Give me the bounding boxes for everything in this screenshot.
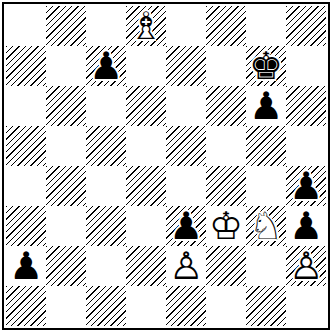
square-d7[interactable]: [126, 46, 166, 86]
piece-white-pawn[interactable]: ♟♙: [286, 246, 326, 286]
square-f4[interactable]: [206, 166, 246, 206]
piece-white-knight[interactable]: ♞♘: [246, 206, 286, 246]
square-g4[interactable]: [246, 166, 286, 206]
square-c1[interactable]: [86, 286, 126, 326]
square-e8[interactable]: [166, 6, 206, 46]
square-b2[interactable]: [46, 246, 86, 286]
chess-board: ♝♗♟♚♟♟♟♚♔♞♘♟♟♟♙♟♙: [6, 6, 326, 326]
chess-diagram-page: ♝♗♟♚♟♟♟♚♔♞♘♟♟♟♙♟♙: [0, 0, 332, 332]
piece-black-pawn[interactable]: ♟: [166, 206, 206, 246]
square-e6[interactable]: [166, 86, 206, 126]
piece-black-pawn[interactable]: ♟: [6, 246, 46, 286]
square-c5[interactable]: [86, 126, 126, 166]
square-f2[interactable]: [206, 246, 246, 286]
square-c2[interactable]: [86, 246, 126, 286]
square-h3[interactable]: ♟: [286, 206, 326, 246]
square-b3[interactable]: [46, 206, 86, 246]
square-f7[interactable]: [206, 46, 246, 86]
square-a3[interactable]: [6, 206, 46, 246]
pawn-fill-glyph: ♟: [166, 246, 206, 286]
square-a7[interactable]: [6, 46, 46, 86]
square-g8[interactable]: [246, 6, 286, 46]
square-h7[interactable]: [286, 46, 326, 86]
square-a4[interactable]: [6, 166, 46, 206]
square-d4[interactable]: [126, 166, 166, 206]
white-knight-icon: ♘: [246, 206, 286, 246]
square-h8[interactable]: [286, 6, 326, 46]
square-h4[interactable]: ♟: [286, 166, 326, 206]
black-pawn-icon: ♟: [86, 46, 126, 86]
black-pawn-icon: ♟: [286, 206, 326, 246]
piece-black-king[interactable]: ♚: [246, 46, 286, 86]
square-f3[interactable]: ♚♔: [206, 206, 246, 246]
square-f6[interactable]: [206, 86, 246, 126]
square-e4[interactable]: [166, 166, 206, 206]
square-d8[interactable]: ♝♗: [126, 6, 166, 46]
black-pawn-icon: ♟: [6, 246, 46, 286]
square-e5[interactable]: [166, 126, 206, 166]
square-d2[interactable]: [126, 246, 166, 286]
white-pawn-icon: ♙: [166, 246, 206, 286]
piece-white-king[interactable]: ♚♔: [206, 206, 246, 246]
square-d5[interactable]: [126, 126, 166, 166]
square-e7[interactable]: [166, 46, 206, 86]
square-g2[interactable]: [246, 246, 286, 286]
black-pawn-icon: ♟: [246, 86, 286, 126]
black-pawn-icon: ♟: [286, 166, 326, 206]
square-a1[interactable]: [6, 286, 46, 326]
bishop-fill-glyph: ♝: [126, 6, 166, 46]
square-b1[interactable]: [46, 286, 86, 326]
square-e1[interactable]: [166, 286, 206, 326]
white-pawn-icon: ♙: [286, 246, 326, 286]
piece-black-pawn[interactable]: ♟: [86, 46, 126, 86]
square-g7[interactable]: ♚: [246, 46, 286, 86]
square-a2[interactable]: ♟: [6, 246, 46, 286]
square-b6[interactable]: [46, 86, 86, 126]
square-h6[interactable]: [286, 86, 326, 126]
square-c6[interactable]: [86, 86, 126, 126]
piece-black-pawn[interactable]: ♟: [246, 86, 286, 126]
piece-black-pawn[interactable]: ♟: [286, 206, 326, 246]
black-pawn-icon: ♟: [166, 206, 206, 246]
square-a5[interactable]: [6, 126, 46, 166]
square-b5[interactable]: [46, 126, 86, 166]
square-c8[interactable]: [86, 6, 126, 46]
square-e3[interactable]: ♟: [166, 206, 206, 246]
square-c3[interactable]: [86, 206, 126, 246]
piece-white-bishop[interactable]: ♝♗: [126, 6, 166, 46]
square-b7[interactable]: [46, 46, 86, 86]
square-g5[interactable]: [246, 126, 286, 166]
square-d3[interactable]: [126, 206, 166, 246]
square-c7[interactable]: ♟: [86, 46, 126, 86]
square-b8[interactable]: [46, 6, 86, 46]
square-a8[interactable]: [6, 6, 46, 46]
black-king-icon: ♚: [246, 46, 286, 86]
white-king-icon: ♔: [206, 206, 246, 246]
square-e2[interactable]: ♟♙: [166, 246, 206, 286]
white-bishop-icon: ♗: [126, 6, 166, 46]
square-g6[interactable]: ♟: [246, 86, 286, 126]
square-h5[interactable]: [286, 126, 326, 166]
square-f5[interactable]: [206, 126, 246, 166]
square-g3[interactable]: ♞♘: [246, 206, 286, 246]
square-b4[interactable]: [46, 166, 86, 206]
knight-fill-glyph: ♞: [246, 206, 286, 246]
square-f8[interactable]: [206, 6, 246, 46]
board-frame: ♝♗♟♚♟♟♟♚♔♞♘♟♟♟♙♟♙: [2, 2, 330, 330]
king-fill-glyph: ♚: [206, 206, 246, 246]
pawn-fill-glyph: ♟: [286, 246, 326, 286]
square-a6[interactable]: [6, 86, 46, 126]
square-f1[interactable]: [206, 286, 246, 326]
square-d6[interactable]: [126, 86, 166, 126]
square-c4[interactable]: [86, 166, 126, 206]
piece-black-pawn[interactable]: ♟: [286, 166, 326, 206]
square-d1[interactable]: [126, 286, 166, 326]
square-h1[interactable]: [286, 286, 326, 326]
square-h2[interactable]: ♟♙: [286, 246, 326, 286]
piece-white-pawn[interactable]: ♟♙: [166, 246, 206, 286]
square-g1[interactable]: [246, 286, 286, 326]
